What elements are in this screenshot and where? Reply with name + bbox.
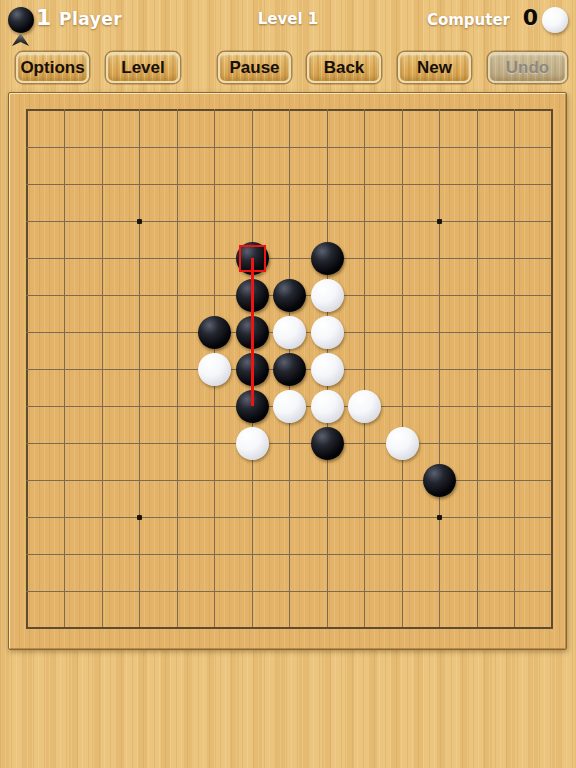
computer-label: Computer (427, 11, 510, 29)
options-button[interactable]: Options (16, 52, 89, 83)
star-point (437, 515, 442, 520)
grid-line-v (514, 109, 515, 629)
white-stone (198, 353, 231, 386)
grid-line-h (26, 591, 553, 592)
star-point (137, 515, 142, 520)
white-stone (311, 353, 344, 386)
grid-line-h (26, 480, 553, 481)
board-panel (8, 92, 567, 650)
computer-stone-icon (542, 7, 568, 33)
black-stone (273, 279, 306, 312)
white-stone (311, 390, 344, 423)
last-move-marker (239, 245, 266, 272)
grid-line-v (364, 109, 365, 629)
back-button[interactable]: Back (307, 52, 381, 83)
black-stone (423, 464, 456, 497)
undo-button[interactable]: Undo (488, 52, 567, 83)
white-stone (348, 390, 381, 423)
grid-line-h (26, 554, 553, 555)
win-line (251, 258, 254, 406)
new-button[interactable]: New (398, 52, 471, 83)
grid-line-v (402, 109, 403, 629)
gomoku-app: 1 Player Level 1 Computer 0 Options Leve… (0, 0, 576, 768)
white-stone (273, 390, 306, 423)
grid-line-v (551, 109, 553, 629)
grid-line-h (26, 627, 553, 629)
grid-line-h (26, 443, 553, 444)
star-point (437, 219, 442, 224)
pause-button[interactable]: Pause (218, 52, 291, 83)
white-stone (386, 427, 419, 460)
level-button[interactable]: Level (106, 52, 180, 83)
black-stone (198, 316, 231, 349)
grid-line-v (477, 109, 478, 629)
white-stone (236, 427, 269, 460)
black-stone (273, 353, 306, 386)
go-board-grid[interactable] (26, 109, 553, 629)
computer-score: 0 (523, 5, 538, 30)
star-point (137, 219, 142, 224)
white-stone (273, 316, 306, 349)
grid-line-h (26, 517, 553, 518)
black-stone (311, 242, 344, 275)
turn-arrow-icon (12, 33, 29, 46)
grid-line-v (439, 109, 440, 629)
white-stone (311, 279, 344, 312)
white-stone (311, 316, 344, 349)
black-stone (311, 427, 344, 460)
